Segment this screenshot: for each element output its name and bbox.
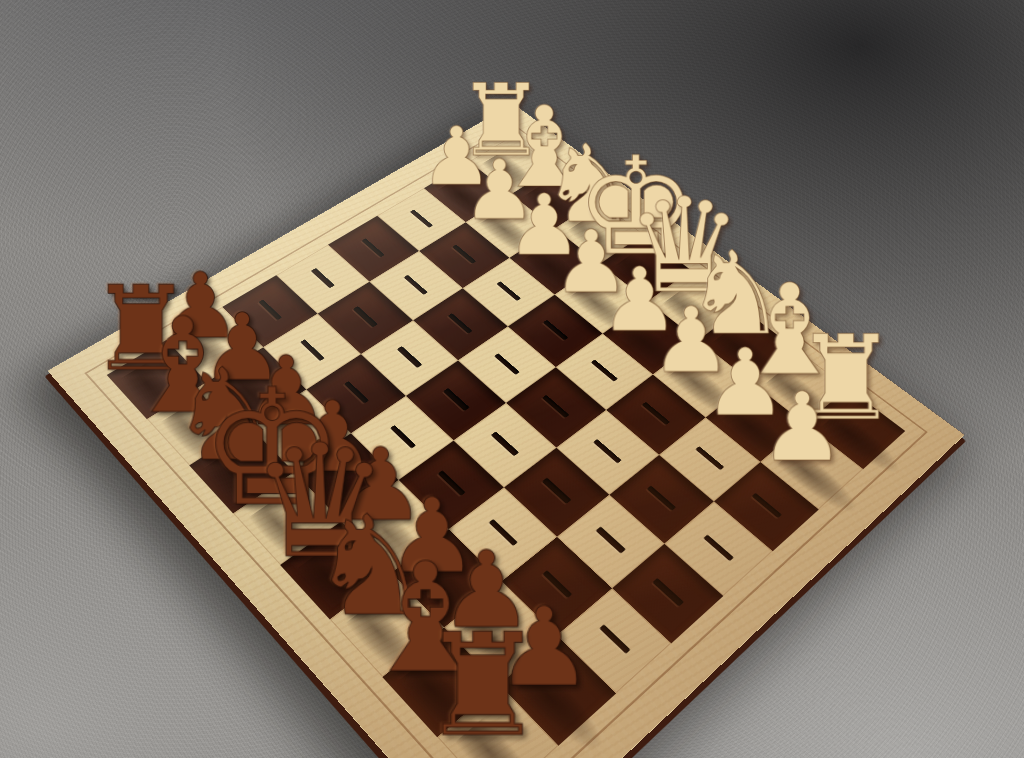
piece-slot-slit <box>491 432 519 456</box>
piece-slot-slit <box>542 478 571 504</box>
piece-slot-slit <box>362 238 386 257</box>
piece-slot-slit <box>452 244 476 263</box>
piece-slot-slit <box>494 353 520 375</box>
piece-slot-slit <box>311 268 335 288</box>
piece-slot-slit <box>443 388 470 411</box>
piece-slot-slit <box>542 319 568 340</box>
photo-scene: ♜♝♞♚♛♞♝♜♟♟♟♟♟♟♟♟♟♟♟♟♟♟♟♟♜♝♞♚♛♞♝♜ <box>0 0 1024 758</box>
piece-slot-slit <box>410 210 433 228</box>
piece-slot-slit <box>647 485 677 511</box>
board-tilt-wrapper: ♜♝♞♚♛♞♝♜♟♟♟♟♟♟♟♟♟♟♟♟♟♟♟♟♜♝♞♚♛♞♝♜ <box>48 104 965 758</box>
piece-slot-slit <box>591 360 618 382</box>
piece-black-rook-a8: ♜ <box>419 614 546 756</box>
concrete-background: ♜♝♞♚♛♞♝♜♟♟♟♟♟♟♟♟♟♟♟♟♟♟♟♟♜♝♞♚♛♞♝♜ <box>0 0 1024 758</box>
piece-slot-slit <box>593 439 622 464</box>
piece-slot-slit <box>596 527 626 554</box>
piece-slot-slit <box>542 395 570 418</box>
piece-slot-slit <box>404 275 428 295</box>
piece-slot-slit <box>397 346 423 368</box>
piece-slot-slit <box>703 534 734 561</box>
piece-slot-slit <box>496 281 521 301</box>
playing-grid: ♜♝♞♚♛♞♝♜♟♟♟♟♟♟♟♟♟♟♟♟♟♟♟♟♜♝♞♚♛♞♝♜ <box>107 136 905 758</box>
piece-slot-slit <box>695 446 725 471</box>
piece-slot-slit <box>448 313 473 334</box>
piece-slot-slit <box>642 402 670 425</box>
piece-slot-slit <box>599 624 631 654</box>
chess-board: ♜♝♞♚♛♞♝♜♟♟♟♟♟♟♟♟♟♟♟♟♟♟♟♟♜♝♞♚♛♞♝♜ <box>48 104 965 758</box>
piece-slot-slit <box>652 578 684 607</box>
piece-slot-slit <box>751 492 782 518</box>
piece-white-pawn-a2: ♟ <box>759 380 844 475</box>
square-a8: ♜ <box>437 685 558 758</box>
piece-slot-slit <box>353 306 378 327</box>
